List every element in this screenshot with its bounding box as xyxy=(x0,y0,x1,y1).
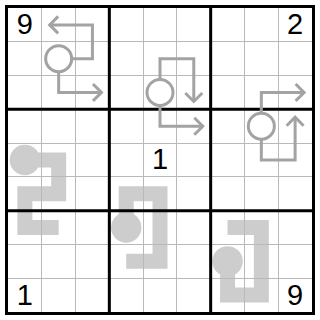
cell-r2c6[interactable] xyxy=(177,42,211,76)
cell-r7c5[interactable] xyxy=(143,211,177,245)
cell-r8c5[interactable] xyxy=(143,244,177,278)
cell-r3c7[interactable] xyxy=(211,76,245,110)
cell-r3c1[interactable] xyxy=(8,76,42,110)
sudoku-puzzle-page: { "game": "sudoku-arrow-thermometer", "b… xyxy=(0,0,320,320)
cell-r9c7[interactable] xyxy=(211,278,245,312)
cell-r3c2[interactable] xyxy=(42,76,76,110)
given-digit-r5c5[interactable]: 1 xyxy=(143,143,177,177)
cell-r9c4[interactable] xyxy=(109,278,143,312)
cell-r8c2[interactable] xyxy=(42,244,76,278)
cell-r9c5[interactable] xyxy=(143,278,177,312)
cell-r6c3[interactable] xyxy=(76,177,110,211)
cell-r7c9[interactable] xyxy=(278,211,312,245)
cell-r5c4[interactable] xyxy=(109,143,143,177)
cell-r7c8[interactable] xyxy=(244,211,278,245)
cell-r1c3[interactable] xyxy=(76,8,110,42)
cell-r2c7[interactable] xyxy=(211,42,245,76)
cell-r8c7[interactable] xyxy=(211,244,245,278)
cell-r5c9[interactable] xyxy=(278,143,312,177)
given-digit-r9c1[interactable]: 1 xyxy=(8,278,42,312)
cell-r9c6[interactable] xyxy=(177,278,211,312)
cell-r2c5[interactable] xyxy=(143,42,177,76)
cell-r6c6[interactable] xyxy=(177,177,211,211)
cell-r2c3[interactable] xyxy=(76,42,110,76)
cell-r5c1[interactable] xyxy=(8,143,42,177)
cell-r6c1[interactable] xyxy=(8,177,42,211)
cell-r5c7[interactable] xyxy=(211,143,245,177)
cell-r3c8[interactable] xyxy=(244,76,278,110)
cell-r5c3[interactable] xyxy=(76,143,110,177)
cell-r3c6[interactable] xyxy=(177,76,211,110)
cell-r9c2[interactable] xyxy=(42,278,76,312)
cell-r4c1[interactable] xyxy=(8,109,42,143)
cell-r3c5[interactable] xyxy=(143,76,177,110)
cell-r8c8[interactable] xyxy=(244,244,278,278)
cell-r7c2[interactable] xyxy=(42,211,76,245)
cell-r1c2[interactable] xyxy=(42,8,76,42)
cell-r7c6[interactable] xyxy=(177,211,211,245)
cell-r4c6[interactable] xyxy=(177,109,211,143)
cell-r5c6[interactable] xyxy=(177,143,211,177)
cell-r1c5[interactable] xyxy=(143,8,177,42)
cell-r4c5[interactable] xyxy=(143,109,177,143)
cell-r3c3[interactable] xyxy=(76,76,110,110)
cell-r4c2[interactable] xyxy=(42,109,76,143)
cell-r3c9[interactable] xyxy=(278,76,312,110)
cell-r6c9[interactable] xyxy=(278,177,312,211)
cell-r7c7[interactable] xyxy=(211,211,245,245)
cell-r5c2[interactable] xyxy=(42,143,76,177)
cell-r8c9[interactable] xyxy=(278,244,312,278)
cell-r7c4[interactable] xyxy=(109,211,143,245)
sudoku-board: 92119 xyxy=(5,5,315,315)
cell-r6c4[interactable] xyxy=(109,177,143,211)
cell-r3c4[interactable] xyxy=(109,76,143,110)
cell-r4c9[interactable] xyxy=(278,109,312,143)
cell-r8c6[interactable] xyxy=(177,244,211,278)
cell-r9c3[interactable] xyxy=(76,278,110,312)
cell-r8c4[interactable] xyxy=(109,244,143,278)
cell-r2c8[interactable] xyxy=(244,42,278,76)
cell-r1c7[interactable] xyxy=(211,8,245,42)
cell-r2c9[interactable] xyxy=(278,42,312,76)
cell-r7c3[interactable] xyxy=(76,211,110,245)
cell-r8c1[interactable] xyxy=(8,244,42,278)
cell-r6c8[interactable] xyxy=(244,177,278,211)
cell-r8c3[interactable] xyxy=(76,244,110,278)
cell-r7c1[interactable] xyxy=(8,211,42,245)
cell-r4c3[interactable] xyxy=(76,109,110,143)
cell-r4c4[interactable] xyxy=(109,109,143,143)
cell-r1c8[interactable] xyxy=(244,8,278,42)
cell-r2c2[interactable] xyxy=(42,42,76,76)
cell-r2c1[interactable] xyxy=(8,42,42,76)
cell-r4c7[interactable] xyxy=(211,109,245,143)
cell-r4c8[interactable] xyxy=(244,109,278,143)
cell-r1c4[interactable] xyxy=(109,8,143,42)
cell-r6c7[interactable] xyxy=(211,177,245,211)
cell-r1c6[interactable] xyxy=(177,8,211,42)
cell-r6c2[interactable] xyxy=(42,177,76,211)
given-digit-r1c9[interactable]: 2 xyxy=(278,8,312,42)
given-digit-r1c1[interactable]: 9 xyxy=(8,8,42,42)
given-digit-r9c9[interactable]: 9 xyxy=(278,278,312,312)
cell-r2c4[interactable] xyxy=(109,42,143,76)
cell-r9c8[interactable] xyxy=(244,278,278,312)
cell-r6c5[interactable] xyxy=(143,177,177,211)
cell-r5c8[interactable] xyxy=(244,143,278,177)
